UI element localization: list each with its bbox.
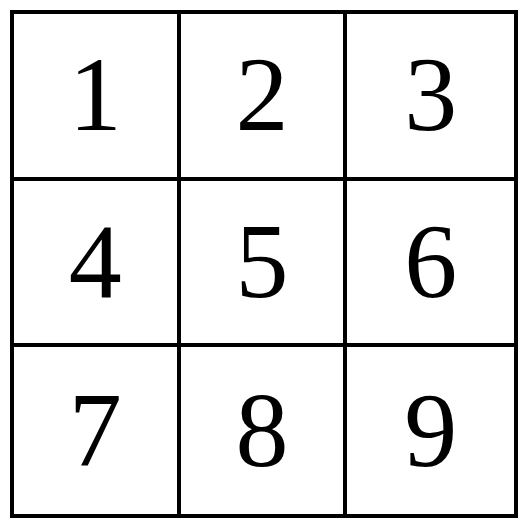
- cell-digit: 8: [235, 378, 288, 484]
- cell-digit: 9: [404, 378, 457, 484]
- cell-r3c3[interactable]: 9: [347, 347, 514, 514]
- cell-digit: 7: [69, 378, 122, 484]
- cell-r2c1[interactable]: 4: [14, 181, 181, 348]
- cell-r1c3[interactable]: 3: [347, 14, 514, 181]
- cell-r3c1[interactable]: 7: [14, 347, 181, 514]
- cell-r3c2[interactable]: 8: [181, 347, 348, 514]
- cell-digit: 5: [235, 209, 288, 315]
- cell-r1c1[interactable]: 1: [14, 14, 181, 181]
- cell-digit: 3: [404, 42, 457, 148]
- cell-digit: 6: [404, 209, 457, 315]
- cell-r1c2[interactable]: 2: [181, 14, 348, 181]
- cell-digit: 2: [235, 42, 288, 148]
- cell-r2c2[interactable]: 5: [181, 181, 348, 348]
- cell-r2c3[interactable]: 6: [347, 181, 514, 348]
- cell-digit: 4: [69, 209, 122, 315]
- cell-digit: 1: [69, 42, 122, 148]
- number-grid-board: 1 2 3 4 5 6 7 8 9: [10, 10, 518, 518]
